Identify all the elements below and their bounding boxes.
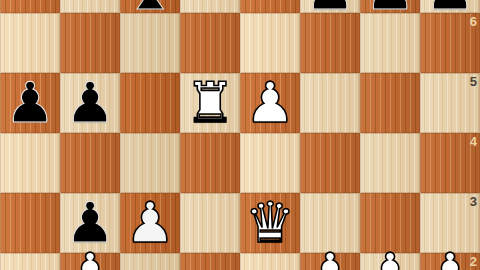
piece-black-pawn-a5[interactable]: ♟ (0, 73, 60, 133)
square-b2[interactable]: ♟ (60, 253, 120, 270)
square-e7[interactable] (240, 0, 300, 13)
square-b7[interactable] (60, 0, 120, 13)
square-d3[interactable] (180, 193, 240, 253)
square-g5[interactable] (360, 73, 420, 133)
chessboard: ♝♟♟♟6♟♟♜♟54♟♟♛3♟♟♟2♟ (0, 0, 480, 270)
square-a2[interactable] (0, 253, 60, 270)
rank-label-2: 2 (470, 254, 477, 269)
square-e2[interactable] (240, 253, 300, 270)
square-f6[interactable] (300, 13, 360, 73)
square-h7[interactable]: ♟ (420, 0, 480, 13)
square-h4[interactable]: 4 (420, 133, 480, 193)
square-h5[interactable]: 5 (420, 73, 480, 133)
rank-label-5: 5 (470, 74, 477, 89)
square-b5[interactable]: ♟ (60, 73, 120, 133)
piece-white-pawn-b2[interactable]: ♟ (60, 244, 120, 270)
square-d7[interactable] (180, 0, 240, 13)
square-h2[interactable]: 2♟ (420, 253, 480, 270)
square-a3[interactable] (0, 193, 60, 253)
square-g6[interactable] (360, 13, 420, 73)
square-d2[interactable] (180, 253, 240, 270)
square-e6[interactable] (240, 13, 300, 73)
square-g4[interactable] (360, 133, 420, 193)
square-e5[interactable]: ♟ (240, 73, 300, 133)
square-h6[interactable]: 6 (420, 13, 480, 73)
square-a4[interactable] (0, 133, 60, 193)
square-c4[interactable] (120, 133, 180, 193)
piece-black-pawn-g7[interactable]: ♟ (360, 0, 420, 20)
square-d6[interactable] (180, 13, 240, 73)
rank-label-6: 6 (470, 14, 477, 29)
piece-white-pawn-e5[interactable]: ♟ (240, 73, 300, 133)
square-a5[interactable]: ♟ (0, 73, 60, 133)
square-a7[interactable] (0, 0, 60, 13)
square-c6[interactable] (120, 13, 180, 73)
square-b4[interactable] (60, 133, 120, 193)
square-f2[interactable]: ♟ (300, 253, 360, 270)
square-d4[interactable] (180, 133, 240, 193)
square-c7[interactable]: ♝ (120, 0, 180, 13)
piece-white-rook-d5[interactable]: ♜ (180, 73, 240, 133)
piece-black-pawn-f7[interactable]: ♟ (300, 0, 360, 20)
piece-white-pawn-f2[interactable]: ♟ (300, 244, 360, 270)
square-a6[interactable] (0, 13, 60, 73)
rank-label-3: 3 (470, 194, 477, 209)
chessboard-viewport: ♝♟♟♟6♟♟♜♟54♟♟♛3♟♟♟2♟ (0, 0, 480, 270)
piece-white-pawn-g2[interactable]: ♟ (360, 244, 420, 270)
rank-label-4: 4 (470, 134, 477, 149)
square-e4[interactable] (240, 133, 300, 193)
square-c3[interactable]: ♟ (120, 193, 180, 253)
square-f4[interactable] (300, 133, 360, 193)
square-d5[interactable]: ♜ (180, 73, 240, 133)
square-f5[interactable] (300, 73, 360, 133)
square-b6[interactable] (60, 13, 120, 73)
square-e3[interactable]: ♛ (240, 193, 300, 253)
piece-white-pawn-c3[interactable]: ♟ (120, 193, 180, 253)
square-g2[interactable]: ♟ (360, 253, 420, 270)
piece-black-pawn-b5[interactable]: ♟ (60, 73, 120, 133)
piece-white-queen-e3[interactable]: ♛ (240, 193, 300, 253)
square-c2[interactable] (120, 253, 180, 270)
square-f7[interactable]: ♟ (300, 0, 360, 13)
square-g7[interactable]: ♟ (360, 0, 420, 13)
square-c5[interactable] (120, 73, 180, 133)
